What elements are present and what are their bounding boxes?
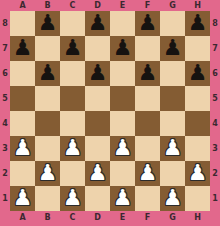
black-pawn[interactable]: ♟: [88, 61, 108, 85]
square-h7[interactable]: [185, 36, 210, 61]
rank-labels-left: 87654321: [0, 11, 10, 211]
square-b2[interactable]: ♟: [35, 161, 60, 186]
square-f4[interactable]: [135, 111, 160, 136]
square-b1[interactable]: [35, 186, 60, 211]
square-g1[interactable]: ♟: [160, 186, 185, 211]
square-a4[interactable]: [10, 111, 35, 136]
square-c2[interactable]: [60, 161, 85, 186]
coordinate-label-a-file-labels-bottom: A: [10, 211, 35, 226]
coordinate-label-8-rank-labels-left: 8: [0, 11, 10, 36]
coordinate-label-g-file-labels-bottom: G: [160, 211, 185, 226]
coordinate-label-5-rank-labels-right: 5: [210, 86, 220, 111]
square-b5[interactable]: [35, 86, 60, 111]
square-f5[interactable]: [135, 86, 160, 111]
chess-board-frame: ABCDEFGH 87654321 87654321 ♟♟♟♟♟♟♟♟♟♟♟♟♟…: [0, 0, 220, 226]
coordinate-label-2-rank-labels-right: 2: [210, 161, 220, 186]
square-h5[interactable]: [185, 86, 210, 111]
square-h1[interactable]: [185, 186, 210, 211]
white-pawn[interactable]: ♟: [163, 186, 183, 210]
square-a8[interactable]: [10, 11, 35, 36]
coordinate-label-1-rank-labels-left: 1: [0, 186, 10, 211]
square-e6[interactable]: [110, 61, 135, 86]
square-b3[interactable]: [35, 136, 60, 161]
white-pawn[interactable]: ♟: [88, 161, 108, 185]
square-d8[interactable]: ♟: [85, 11, 110, 36]
white-pawn[interactable]: ♟: [13, 136, 33, 160]
coordinate-label-6-rank-labels-right: 6: [210, 61, 220, 86]
square-b4[interactable]: [35, 111, 60, 136]
square-d6[interactable]: ♟: [85, 61, 110, 86]
square-f7[interactable]: [135, 36, 160, 61]
black-pawn[interactable]: ♟: [63, 36, 83, 60]
square-f3[interactable]: [135, 136, 160, 161]
white-pawn[interactable]: ♟: [138, 161, 158, 185]
square-f8[interactable]: ♟: [135, 11, 160, 36]
square-e8[interactable]: [110, 11, 135, 36]
black-pawn[interactable]: ♟: [138, 61, 158, 85]
coordinate-label-h-file-labels-bottom: H: [185, 211, 210, 226]
white-pawn[interactable]: ♟: [13, 186, 33, 210]
square-g4[interactable]: [160, 111, 185, 136]
coordinate-label-6-rank-labels-left: 6: [0, 61, 10, 86]
square-g6[interactable]: [160, 61, 185, 86]
square-a3[interactable]: ♟: [10, 136, 35, 161]
black-pawn[interactable]: ♟: [188, 11, 208, 35]
coordinate-label-7-rank-labels-left: 7: [0, 36, 10, 61]
square-a5[interactable]: [10, 86, 35, 111]
coordinate-label-5-rank-labels-left: 5: [0, 86, 10, 111]
square-h2[interactable]: ♟: [185, 161, 210, 186]
square-a1[interactable]: ♟: [10, 186, 35, 211]
square-a7[interactable]: ♟: [10, 36, 35, 61]
white-pawn[interactable]: ♟: [38, 161, 58, 185]
square-e2[interactable]: [110, 161, 135, 186]
black-pawn[interactable]: ♟: [38, 61, 58, 85]
coordinate-label-h-file-labels-top: H: [185, 0, 210, 11]
black-pawn[interactable]: ♟: [163, 36, 183, 60]
square-h8[interactable]: ♟: [185, 11, 210, 36]
white-pawn[interactable]: ♟: [63, 136, 83, 160]
coordinate-label-f-file-labels-top: F: [135, 0, 160, 11]
square-d3[interactable]: [85, 136, 110, 161]
coordinate-label-f-file-labels-bottom: F: [135, 211, 160, 226]
coordinate-label-2-rank-labels-left: 2: [0, 161, 10, 186]
coordinate-label-g-file-labels-top: G: [160, 0, 185, 11]
white-pawn[interactable]: ♟: [63, 186, 83, 210]
square-d7[interactable]: [85, 36, 110, 61]
square-d2[interactable]: ♟: [85, 161, 110, 186]
black-pawn[interactable]: ♟: [113, 36, 133, 60]
coordinate-label-b-file-labels-bottom: B: [35, 211, 60, 226]
square-b8[interactable]: ♟: [35, 11, 60, 36]
square-d1[interactable]: [85, 186, 110, 211]
coordinate-label-3-rank-labels-left: 3: [0, 136, 10, 161]
coordinate-label-b-file-labels-top: B: [35, 0, 60, 11]
square-e3[interactable]: ♟: [110, 136, 135, 161]
square-e5[interactable]: [110, 86, 135, 111]
file-labels-bottom: ABCDEFGH: [10, 211, 210, 226]
square-b7[interactable]: [35, 36, 60, 61]
coordinate-label-1-rank-labels-right: 1: [210, 186, 220, 211]
square-c4[interactable]: [60, 111, 85, 136]
coordinate-label-8-rank-labels-right: 8: [210, 11, 220, 36]
coordinate-label-4-rank-labels-left: 4: [0, 111, 10, 136]
coordinate-label-3-rank-labels-right: 3: [210, 136, 220, 161]
coordinate-label-e-file-labels-top: E: [110, 0, 135, 11]
board: ♟♟♟♟♟♟♟♟♟♟♟♟♟♟♟♟♟♟♟♟♟♟♟♟: [10, 11, 210, 211]
coordinate-label-e-file-labels-bottom: E: [110, 211, 135, 226]
coordinate-label-7-rank-labels-right: 7: [210, 36, 220, 61]
square-g7[interactable]: ♟: [160, 36, 185, 61]
coordinate-label-d-file-labels-bottom: D: [85, 211, 110, 226]
black-pawn[interactable]: ♟: [88, 11, 108, 35]
coordinate-label-c-file-labels-bottom: C: [60, 211, 85, 226]
black-pawn[interactable]: ♟: [13, 36, 33, 60]
square-f1[interactable]: [135, 186, 160, 211]
square-f2[interactable]: ♟: [135, 161, 160, 186]
black-pawn[interactable]: ♟: [188, 61, 208, 85]
square-c5[interactable]: [60, 86, 85, 111]
square-g8[interactable]: [160, 11, 185, 36]
square-d4[interactable]: [85, 111, 110, 136]
white-pawn[interactable]: ♟: [113, 136, 133, 160]
square-g2[interactable]: [160, 161, 185, 186]
square-c7[interactable]: ♟: [60, 36, 85, 61]
square-c8[interactable]: [60, 11, 85, 36]
black-pawn[interactable]: ♟: [138, 11, 158, 35]
square-h3[interactable]: [185, 136, 210, 161]
coordinate-label-c-file-labels-top: C: [60, 0, 85, 11]
white-pawn[interactable]: ♟: [188, 161, 208, 185]
coordinate-label-d-file-labels-top: D: [85, 0, 110, 11]
white-pawn[interactable]: ♟: [163, 136, 183, 160]
square-h6[interactable]: ♟: [185, 61, 210, 86]
coordinate-label-4-rank-labels-right: 4: [210, 111, 220, 136]
file-labels-top: ABCDEFGH: [10, 0, 210, 11]
square-h4[interactable]: [185, 111, 210, 136]
coordinate-label-a-file-labels-top: A: [10, 0, 35, 11]
square-g5[interactable]: [160, 86, 185, 111]
square-g3[interactable]: ♟: [160, 136, 185, 161]
square-c6[interactable]: [60, 61, 85, 86]
square-d5[interactable]: [85, 86, 110, 111]
white-pawn[interactable]: ♟: [113, 186, 133, 210]
square-e4[interactable]: [110, 111, 135, 136]
square-c1[interactable]: ♟: [60, 186, 85, 211]
square-a6[interactable]: [10, 61, 35, 86]
square-b6[interactable]: ♟: [35, 61, 60, 86]
rank-labels-right: 87654321: [210, 11, 220, 211]
black-pawn[interactable]: ♟: [38, 11, 58, 35]
square-e1[interactable]: ♟: [110, 186, 135, 211]
square-e7[interactable]: ♟: [110, 36, 135, 61]
square-a2[interactable]: [10, 161, 35, 186]
square-c3[interactable]: ♟: [60, 136, 85, 161]
square-f6[interactable]: ♟: [135, 61, 160, 86]
